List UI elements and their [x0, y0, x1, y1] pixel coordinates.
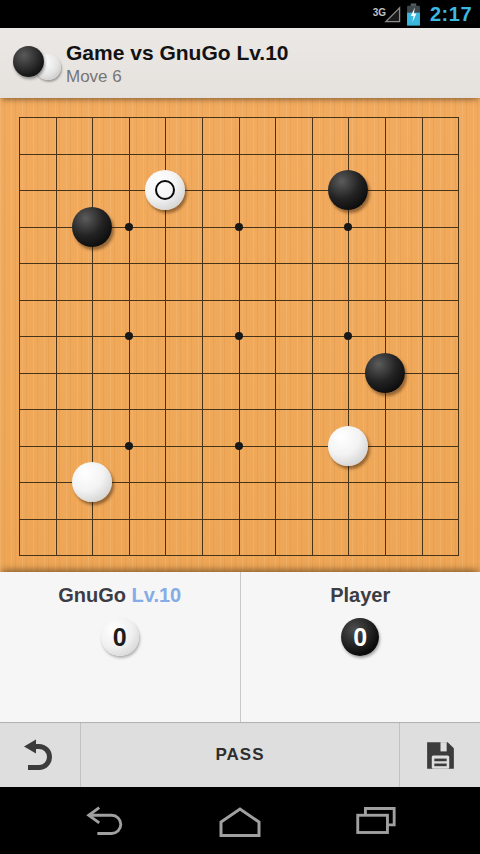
white-stone [328, 426, 368, 466]
nav-recents-icon [352, 803, 398, 839]
black-captures-counter: 0 [341, 618, 379, 656]
status-bar: 3G 2:17 [0, 0, 480, 28]
save-button[interactable] [400, 723, 480, 787]
nav-home-icon [216, 803, 264, 839]
score-area: GnuGo Lv.10 0 Player 0 [0, 572, 480, 722]
player-panel: Player 0 [240, 572, 480, 722]
undo-button[interactable] [0, 723, 80, 787]
battery-charging-icon [406, 3, 421, 26]
move-counter: Move 6 [66, 66, 289, 87]
nav-back-button[interactable] [82, 803, 128, 839]
gnugo-name: GnuGo [58, 584, 126, 606]
black-stone [365, 353, 405, 393]
undo-icon [20, 737, 60, 774]
stones-layer [19, 117, 460, 557]
save-icon [422, 737, 459, 774]
star-point [235, 223, 243, 231]
star-point [344, 332, 352, 340]
signal-triangle-icon [384, 6, 401, 23]
player-label: Player [330, 584, 390, 607]
network-indicator: 3G [373, 6, 401, 23]
gnugo-label: GnuGo Lv.10 [58, 584, 181, 607]
header: Game vs GnuGo Lv.10 Move 6 [0, 28, 480, 98]
app-icon-stones [10, 41, 64, 85]
star-point [125, 332, 133, 340]
clock: 2:17 [430, 3, 472, 26]
black-stone [328, 170, 368, 210]
pass-button[interactable]: PASS [80, 723, 400, 787]
gnugo-level: Lv.10 [126, 584, 181, 606]
screen: 3G 2:17 Game vs GnuGo Lv.10 Move 6 [0, 0, 480, 854]
black-stone-icon [13, 46, 44, 77]
android-navbar [0, 787, 480, 854]
star-point [344, 223, 352, 231]
black-stone [72, 207, 112, 247]
star-point [235, 332, 243, 340]
gnugo-panel: GnuGo Lv.10 0 [0, 572, 240, 722]
white-stone [145, 170, 185, 210]
star-point [235, 442, 243, 450]
white-captures-counter: 0 [101, 618, 139, 656]
last-move-marker [155, 180, 175, 200]
nav-recents-button[interactable] [352, 803, 398, 839]
page-title: Game vs GnuGo Lv.10 [66, 40, 289, 66]
star-point [125, 442, 133, 450]
nav-back-icon [82, 803, 128, 839]
game-toolbar: PASS [0, 722, 480, 787]
star-point [125, 223, 133, 231]
nav-home-button[interactable] [216, 803, 264, 839]
go-board[interactable] [0, 98, 480, 572]
white-stone [72, 462, 112, 502]
